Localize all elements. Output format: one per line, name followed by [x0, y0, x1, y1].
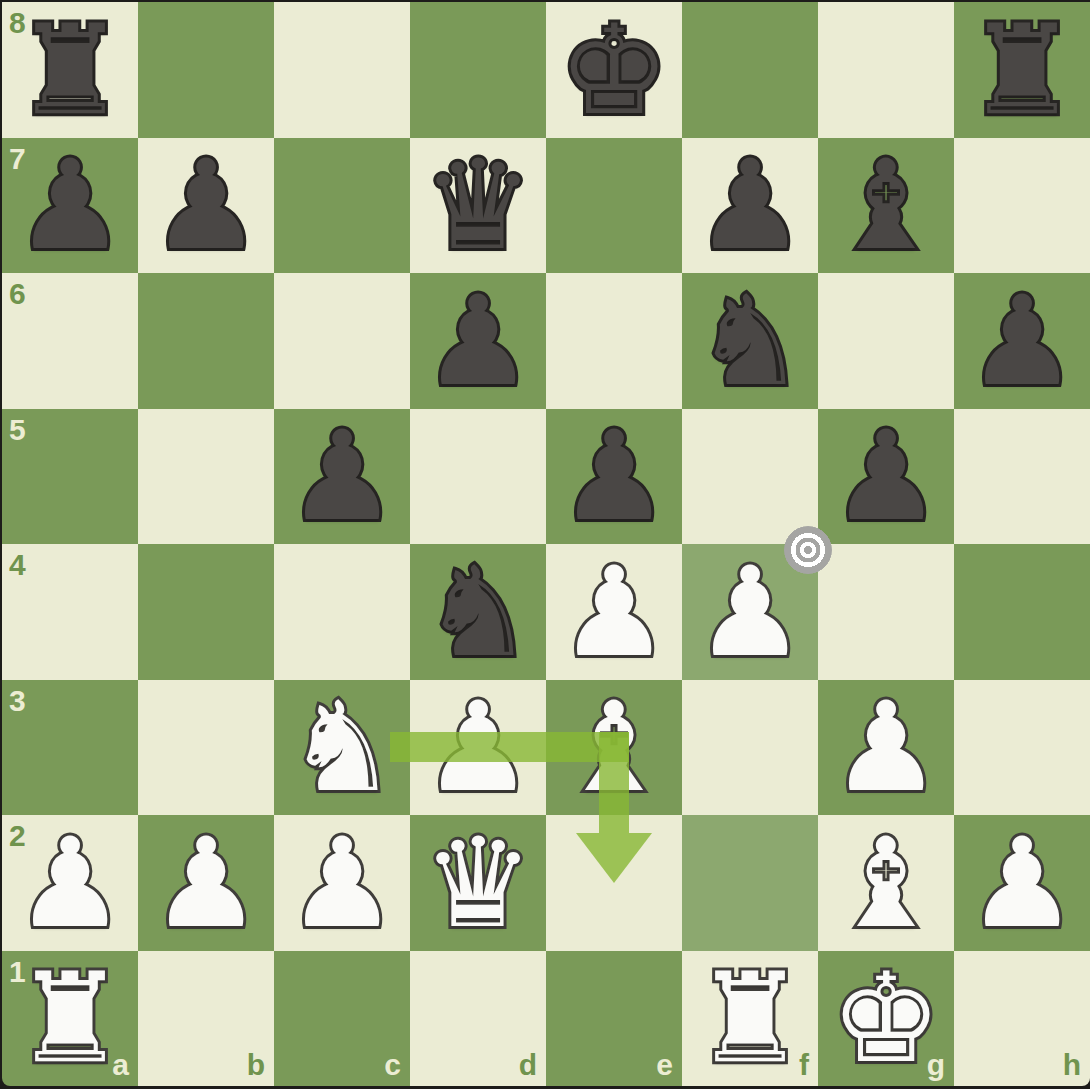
white-bishop-e3[interactable]: ♝: [546, 680, 682, 816]
square-b3[interactable]: [138, 680, 274, 816]
square-h4[interactable]: [954, 544, 1090, 680]
black-pawn-h6[interactable]: ♟: [954, 273, 1090, 409]
white-pawn-h2[interactable]: ♟: [954, 815, 1090, 951]
square-c1[interactable]: c: [274, 951, 410, 1087]
square-f4[interactable]: ♟: [682, 544, 818, 680]
black-pawn-c5[interactable]: ♟: [274, 409, 410, 545]
square-f8[interactable]: [682, 2, 818, 138]
square-b1[interactable]: b: [138, 951, 274, 1087]
black-knight-d4[interactable]: ♞: [410, 544, 546, 680]
file-label-d: d: [519, 1048, 537, 1082]
square-f6[interactable]: ♞: [682, 273, 818, 409]
white-king-g1[interactable]: ♚: [818, 951, 954, 1087]
black-pawn-g5[interactable]: ♟: [818, 409, 954, 545]
square-h8[interactable]: ♜: [954, 2, 1090, 138]
rank-label-5: 5: [9, 413, 26, 447]
square-h6[interactable]: ♟: [954, 273, 1090, 409]
black-pawn-a7[interactable]: ♟: [2, 138, 138, 274]
square-c8[interactable]: [274, 2, 410, 138]
square-c4[interactable]: [274, 544, 410, 680]
square-h3[interactable]: [954, 680, 1090, 816]
square-a1[interactable]: ♜1a: [2, 951, 138, 1087]
black-pawn-b7[interactable]: ♟: [138, 138, 274, 274]
square-d5[interactable]: [410, 409, 546, 545]
square-d3[interactable]: ♟: [410, 680, 546, 816]
white-pawn-c2[interactable]: ♟: [274, 815, 410, 951]
square-d6[interactable]: ♟: [410, 273, 546, 409]
white-pawn-g3[interactable]: ♟: [818, 680, 954, 816]
white-rook-f1[interactable]: ♜: [682, 951, 818, 1087]
square-c7[interactable]: [274, 138, 410, 274]
file-label-e: e: [656, 1048, 673, 1082]
square-f1[interactable]: ♜f: [682, 951, 818, 1087]
square-b6[interactable]: [138, 273, 274, 409]
square-c5[interactable]: ♟: [274, 409, 410, 545]
square-f5[interactable]: [682, 409, 818, 545]
square-g8[interactable]: [818, 2, 954, 138]
white-knight-c3[interactable]: ♞: [274, 680, 410, 816]
square-g6[interactable]: [818, 273, 954, 409]
file-label-c: c: [384, 1048, 401, 1082]
square-d4[interactable]: ♞: [410, 544, 546, 680]
square-a7[interactable]: ♟7: [2, 138, 138, 274]
square-e3[interactable]: ♝: [546, 680, 682, 816]
square-c3[interactable]: ♞: [274, 680, 410, 816]
white-pawn-b2[interactable]: ♟: [138, 815, 274, 951]
square-a2[interactable]: ♟2: [2, 815, 138, 951]
square-a8[interactable]: ♜8: [2, 2, 138, 138]
black-pawn-e5[interactable]: ♟: [546, 409, 682, 545]
white-pawn-f4[interactable]: ♟: [682, 544, 818, 680]
square-d7[interactable]: ♛: [410, 138, 546, 274]
square-h7[interactable]: [954, 138, 1090, 274]
square-b4[interactable]: [138, 544, 274, 680]
square-e6[interactable]: [546, 273, 682, 409]
square-f2[interactable]: [682, 815, 818, 951]
square-a4[interactable]: 4: [2, 544, 138, 680]
square-e5[interactable]: ♟: [546, 409, 682, 545]
square-h5[interactable]: [954, 409, 1090, 545]
white-queen-d2[interactable]: ♛: [410, 815, 546, 951]
square-d8[interactable]: [410, 2, 546, 138]
square-b5[interactable]: [138, 409, 274, 545]
black-king-e8[interactable]: ♚: [546, 2, 682, 138]
square-e7[interactable]: [546, 138, 682, 274]
square-c6[interactable]: [274, 273, 410, 409]
chess-board: ♜8♚♜♟7♟♛♟♝6♟♞♟5♟♟♟4♞♟♟3♞♟♝♟♟2♟♟♛♝♟♜1abcd…: [2, 2, 1090, 1086]
white-bishop-g2[interactable]: ♝: [818, 815, 954, 951]
white-pawn-d3[interactable]: ♟: [410, 680, 546, 816]
black-queen-d7[interactable]: ♛: [410, 138, 546, 274]
square-h1[interactable]: h: [954, 951, 1090, 1087]
rank-label-3: 3: [9, 684, 26, 718]
square-e2[interactable]: [546, 815, 682, 951]
square-a5[interactable]: 5: [2, 409, 138, 545]
square-b7[interactable]: ♟: [138, 138, 274, 274]
square-g1[interactable]: ♚g: [818, 951, 954, 1087]
square-b8[interactable]: [138, 2, 274, 138]
file-label-b: b: [247, 1048, 265, 1082]
square-g3[interactable]: ♟: [818, 680, 954, 816]
square-c2[interactable]: ♟: [274, 815, 410, 951]
square-a6[interactable]: 6: [2, 273, 138, 409]
square-g4[interactable]: [818, 544, 954, 680]
square-a3[interactable]: 3: [2, 680, 138, 816]
black-rook-h8[interactable]: ♜: [954, 2, 1090, 138]
black-pawn-f7[interactable]: ♟: [682, 138, 818, 274]
square-g2[interactable]: ♝: [818, 815, 954, 951]
square-h2[interactable]: ♟: [954, 815, 1090, 951]
square-g7[interactable]: ♝: [818, 138, 954, 274]
square-e1[interactable]: e: [546, 951, 682, 1087]
file-label-h: h: [1063, 1048, 1081, 1082]
square-d1[interactable]: d: [410, 951, 546, 1087]
black-rook-a8[interactable]: ♜: [2, 2, 138, 138]
black-knight-f6[interactable]: ♞: [682, 273, 818, 409]
white-pawn-a2[interactable]: ♟: [2, 815, 138, 951]
black-pawn-d6[interactable]: ♟: [410, 273, 546, 409]
rank-label-4: 4: [9, 548, 26, 582]
white-rook-a1[interactable]: ♜: [2, 951, 138, 1087]
square-f7[interactable]: ♟: [682, 138, 818, 274]
square-e8[interactable]: ♚: [546, 2, 682, 138]
square-d2[interactable]: ♛: [410, 815, 546, 951]
last-move-highlight-f2: [682, 815, 818, 951]
square-b2[interactable]: ♟: [138, 815, 274, 951]
black-bishop-g7[interactable]: ♝: [818, 138, 954, 274]
white-pawn-e4[interactable]: ♟: [546, 544, 682, 680]
square-g5[interactable]: ♟: [818, 409, 954, 545]
rank-label-6: 6: [9, 277, 26, 311]
square-e4[interactable]: ♟: [546, 544, 682, 680]
square-f3[interactable]: [682, 680, 818, 816]
